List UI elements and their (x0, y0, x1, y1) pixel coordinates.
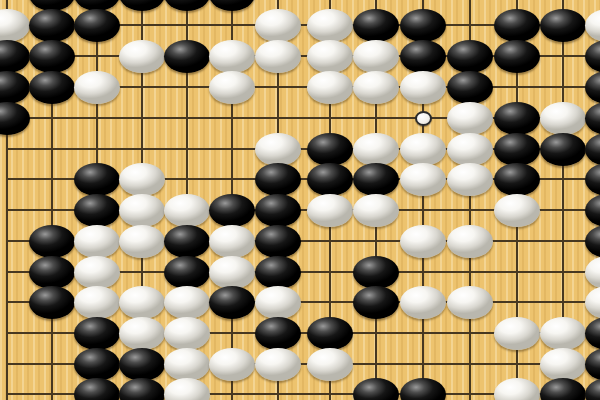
white-stone (74, 225, 120, 258)
white-stone (494, 194, 540, 227)
white-stone (119, 225, 165, 258)
white-stone (255, 40, 301, 73)
white-stone (494, 317, 540, 350)
white-stone (307, 40, 353, 73)
white-stone (353, 71, 399, 104)
black-stone (585, 40, 600, 73)
black-stone (119, 378, 165, 400)
white-stone (164, 317, 210, 350)
white-stone (209, 71, 255, 104)
black-stone (353, 286, 399, 319)
black-stone (0, 71, 30, 104)
black-stone (209, 194, 255, 227)
black-stone (585, 225, 600, 258)
white-stone (74, 286, 120, 319)
white-stone (307, 348, 353, 381)
black-stone (353, 378, 399, 400)
white-stone (74, 71, 120, 104)
white-stone (307, 71, 353, 104)
black-stone (29, 71, 75, 104)
black-stone (307, 317, 353, 350)
black-stone (74, 317, 120, 350)
black-stone (447, 40, 493, 73)
white-stone (447, 163, 493, 196)
white-stone (209, 225, 255, 258)
black-stone (400, 378, 446, 400)
white-stone (0, 9, 30, 42)
black-stone (74, 348, 120, 381)
white-stone (400, 286, 446, 319)
black-stone (585, 102, 600, 135)
black-stone (164, 225, 210, 258)
black-stone (74, 9, 120, 42)
black-stone (164, 0, 210, 11)
black-stone (400, 40, 446, 73)
black-stone (494, 40, 540, 73)
black-stone (29, 225, 75, 258)
white-stone (353, 194, 399, 227)
black-stone (494, 133, 540, 166)
black-stone (585, 348, 600, 381)
white-stone (400, 163, 446, 196)
black-stone (540, 133, 586, 166)
white-stone (255, 133, 301, 166)
white-stone (540, 317, 586, 350)
white-stone (119, 40, 165, 73)
black-stone (29, 286, 75, 319)
black-stone (74, 378, 120, 400)
black-stone (119, 348, 165, 381)
white-stone (353, 133, 399, 166)
white-stone (353, 40, 399, 73)
black-stone (0, 40, 30, 73)
black-stone (585, 194, 600, 227)
black-stone (585, 378, 600, 400)
white-stone (255, 9, 301, 42)
black-stone (585, 317, 600, 350)
white-stone (494, 378, 540, 400)
white-stone (585, 9, 600, 42)
black-stone (585, 163, 600, 196)
black-stone (494, 9, 540, 42)
white-stone (119, 317, 165, 350)
white-stone (119, 163, 165, 196)
black-stone (255, 317, 301, 350)
black-stone (29, 40, 75, 73)
black-stone (164, 256, 210, 289)
black-stone (0, 102, 30, 135)
black-stone (164, 40, 210, 73)
white-stone (585, 286, 600, 319)
white-stone (540, 102, 586, 135)
white-stone (255, 348, 301, 381)
white-stone (209, 348, 255, 381)
white-stone (209, 256, 255, 289)
white-stone (447, 133, 493, 166)
black-stone (74, 163, 120, 196)
white-stone (400, 133, 446, 166)
black-stone (400, 9, 446, 42)
black-stone (255, 194, 301, 227)
black-stone (353, 163, 399, 196)
black-stone (255, 163, 301, 196)
white-stone (447, 102, 493, 135)
black-stone (209, 0, 255, 11)
white-stone (447, 286, 493, 319)
black-stone (29, 256, 75, 289)
marker-stone (415, 111, 432, 126)
white-stone (585, 256, 600, 289)
white-stone (119, 286, 165, 319)
go-board[interactable] (0, 0, 600, 400)
black-stone (585, 71, 600, 104)
white-stone (119, 194, 165, 227)
white-stone (307, 194, 353, 227)
black-stone (255, 256, 301, 289)
black-stone (353, 256, 399, 289)
white-stone (164, 348, 210, 381)
white-stone (74, 256, 120, 289)
black-stone (540, 378, 586, 400)
black-stone (29, 9, 75, 42)
white-stone (400, 225, 446, 258)
white-stone (400, 71, 446, 104)
black-stone (353, 9, 399, 42)
black-stone (119, 0, 165, 11)
black-stone (307, 163, 353, 196)
white-stone (164, 286, 210, 319)
white-stone (255, 286, 301, 319)
black-stone (540, 9, 586, 42)
white-stone (447, 225, 493, 258)
black-stone (494, 102, 540, 135)
black-stone (307, 133, 353, 166)
white-stone (164, 194, 210, 227)
black-stone (209, 286, 255, 319)
white-stone (540, 348, 586, 381)
black-stone (494, 163, 540, 196)
white-stone (164, 378, 210, 400)
white-stone (307, 9, 353, 42)
black-stone (447, 71, 493, 104)
white-stone (209, 40, 255, 73)
black-stone (585, 133, 600, 166)
black-stone (74, 194, 120, 227)
black-stone (255, 225, 301, 258)
